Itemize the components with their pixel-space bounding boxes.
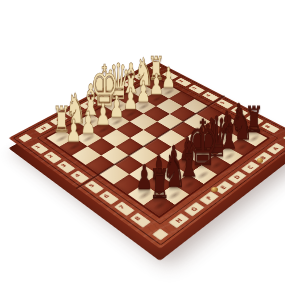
- perspective-scene: HGFEDCBA HGFEDCBA 12345678 12345678 ♜♞♝♚…: [0, 0, 285, 285]
- board-frame: HGFEDCBA HGFEDCBA 12345678 12345678 ♜♞♝♚…: [8, 60, 285, 248]
- chess-set-photo: HGFEDCBA HGFEDCBA 12345678 12345678 ♜♞♝♚…: [0, 0, 285, 285]
- brass-clasp-icon: [257, 158, 263, 163]
- chess-board: HGFEDCBA HGFEDCBA 12345678 12345678 ♜♞♝♚…: [8, 60, 285, 248]
- black-rook: ♜: [140, 164, 179, 205]
- white-pawn: ♟: [56, 115, 91, 146]
- brass-clasp-icon: [211, 187, 218, 192]
